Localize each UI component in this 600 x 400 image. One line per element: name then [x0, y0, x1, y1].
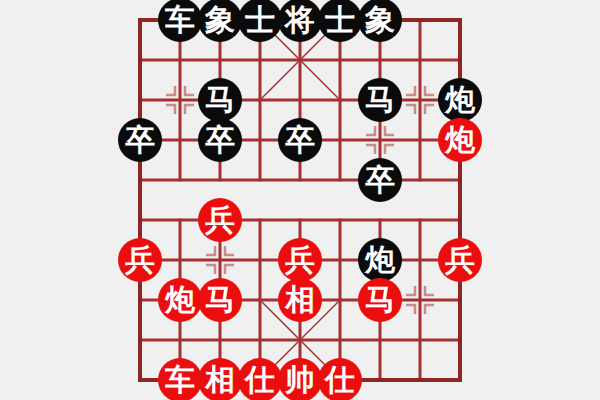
- piece-black-cannon-1[interactable]: 炮: [438, 78, 482, 122]
- piece-red-soldier-3[interactable]: 兵: [278, 238, 322, 282]
- piece-black-soldier-3[interactable]: 卒: [278, 118, 322, 162]
- piece-red-soldier-1[interactable]: 兵: [198, 198, 242, 242]
- piece-red-advisor-1[interactable]: 仕: [238, 358, 282, 400]
- piece-red-horse-1[interactable]: 马: [198, 278, 242, 322]
- piece-red-soldier-4[interactable]: 兵: [438, 238, 482, 282]
- piece-black-horse-2[interactable]: 马: [358, 78, 402, 122]
- xiangqi-board: 车象士将士象马马炮卒卒卒卒炮炮兵兵兵兵炮马相马车相仕帅仕: [0, 0, 600, 400]
- piece-red-advisor-2[interactable]: 仕: [318, 358, 362, 400]
- piece-black-soldier-2[interactable]: 卒: [198, 118, 242, 162]
- piece-red-soldier-2[interactable]: 兵: [118, 238, 162, 282]
- piece-black-rook[interactable]: 车: [158, 0, 202, 42]
- piece-black-horse-1[interactable]: 马: [198, 78, 242, 122]
- piece-red-cannon-2[interactable]: 炮: [158, 278, 202, 322]
- board-grid[interactable]: 车象士将士象马马炮卒卒卒卒炮炮兵兵兵兵炮马相马车相仕帅仕: [120, 0, 480, 400]
- piece-black-advisor-1[interactable]: 士: [238, 0, 282, 42]
- piece-black-cannon-2[interactable]: 炮: [358, 238, 402, 282]
- piece-black-king[interactable]: 将: [278, 0, 322, 42]
- piece-red-elephant-2[interactable]: 相: [198, 358, 242, 400]
- piece-red-rook[interactable]: 车: [158, 358, 202, 400]
- piece-black-elephant-2[interactable]: 象: [358, 0, 402, 42]
- piece-red-elephant-1[interactable]: 相: [278, 278, 322, 322]
- piece-red-horse-2[interactable]: 马: [358, 278, 402, 322]
- piece-black-soldier-4[interactable]: 卒: [358, 158, 402, 202]
- piece-red-cannon-1[interactable]: 炮: [438, 118, 482, 162]
- piece-black-elephant-1[interactable]: 象: [198, 0, 242, 42]
- piece-black-advisor-2[interactable]: 士: [318, 0, 362, 42]
- piece-black-soldier-1[interactable]: 卒: [118, 118, 162, 162]
- piece-red-king[interactable]: 帅: [278, 358, 322, 400]
